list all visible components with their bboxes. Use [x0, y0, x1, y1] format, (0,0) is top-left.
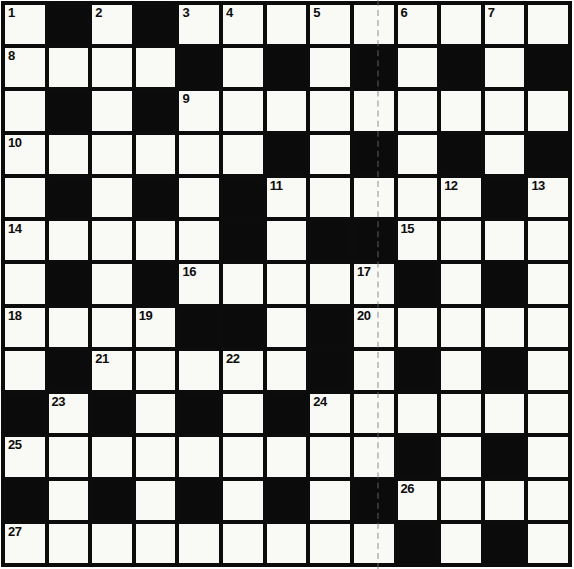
black-cell [5, 481, 45, 520]
black-cell [92, 394, 132, 433]
white-cell[interactable] [223, 91, 263, 130]
clue-number: 26 [401, 481, 414, 496]
white-cell[interactable] [485, 48, 525, 87]
clue-number: 23 [52, 394, 65, 409]
black-cell [485, 351, 525, 390]
white-cell[interactable]: 5 [310, 5, 350, 44]
clue-number: 2 [95, 5, 102, 20]
clue-number: 20 [357, 308, 370, 323]
white-cell[interactable] [136, 481, 176, 520]
clue-number: 3 [182, 5, 189, 20]
white-cell[interactable] [136, 394, 176, 433]
clue-number: 22 [226, 351, 239, 366]
white-cell[interactable] [528, 351, 568, 390]
black-cell [310, 221, 350, 260]
white-cell[interactable] [528, 264, 568, 303]
white-cell[interactable] [354, 5, 394, 44]
white-cell[interactable] [49, 481, 89, 520]
white-cell[interactable]: 9 [179, 91, 219, 130]
white-cell[interactable] [354, 437, 394, 476]
black-cell [179, 48, 219, 87]
white-cell[interactable] [441, 264, 481, 303]
white-cell[interactable] [310, 481, 350, 520]
white-cell[interactable] [92, 221, 132, 260]
white-cell[interactable] [528, 91, 568, 130]
black-cell [267, 394, 307, 433]
black-cell [223, 308, 263, 347]
clue-number: 15 [401, 221, 414, 236]
clue-number: 5 [313, 5, 320, 20]
white-cell[interactable] [5, 178, 45, 217]
black-cell [398, 524, 438, 563]
white-cell[interactable] [136, 524, 176, 563]
white-cell[interactable] [179, 524, 219, 563]
white-cell[interactable] [441, 394, 481, 433]
clue-number: 7 [488, 5, 495, 20]
black-cell [528, 135, 568, 174]
white-cell[interactable]: 25 [5, 437, 45, 476]
white-cell[interactable] [92, 135, 132, 174]
white-cell[interactable] [92, 437, 132, 476]
white-cell[interactable] [223, 437, 263, 476]
white-cell[interactable] [398, 48, 438, 87]
white-cell[interactable] [136, 351, 176, 390]
white-cell[interactable] [485, 394, 525, 433]
white-cell[interactable] [528, 481, 568, 520]
white-cell[interactable] [310, 264, 350, 303]
black-cell [354, 135, 394, 174]
white-cell[interactable] [398, 135, 438, 174]
white-cell[interactable] [223, 524, 263, 563]
white-cell[interactable] [310, 437, 350, 476]
black-cell [179, 308, 219, 347]
white-cell[interactable] [267, 437, 307, 476]
white-cell[interactable] [179, 351, 219, 390]
white-cell[interactable] [49, 308, 89, 347]
white-cell[interactable] [267, 221, 307, 260]
white-cell[interactable] [485, 481, 525, 520]
black-cell [49, 178, 89, 217]
white-cell[interactable] [485, 221, 525, 260]
white-cell[interactable] [441, 308, 481, 347]
white-cell[interactable] [49, 524, 89, 563]
clue-number: 14 [8, 221, 21, 236]
white-cell[interactable]: 1 [5, 5, 45, 44]
white-cell[interactable]: 7 [485, 5, 525, 44]
clue-number: 12 [444, 178, 457, 193]
white-cell[interactable] [441, 437, 481, 476]
white-cell[interactable]: 6 [398, 5, 438, 44]
white-cell[interactable] [49, 221, 89, 260]
crossword-grid: 1234567891011121314151617181920212223242… [1, 1, 572, 567]
white-cell[interactable] [267, 264, 307, 303]
clue-number: 9 [182, 91, 189, 106]
white-cell[interactable] [310, 135, 350, 174]
white-cell[interactable] [528, 437, 568, 476]
white-cell[interactable] [92, 91, 132, 130]
clue-number: 8 [8, 48, 15, 63]
black-cell [267, 135, 307, 174]
white-cell[interactable]: 11 [267, 178, 307, 217]
black-cell [267, 481, 307, 520]
white-cell[interactable]: 18 [5, 308, 45, 347]
black-cell [441, 48, 481, 87]
white-cell[interactable]: 14 [5, 221, 45, 260]
white-cell[interactable] [310, 91, 350, 130]
white-cell[interactable]: 13 [528, 178, 568, 217]
clue-number: 24 [313, 394, 326, 409]
white-cell[interactable] [136, 221, 176, 260]
black-cell [223, 221, 263, 260]
black-cell [485, 264, 525, 303]
white-cell[interactable] [92, 178, 132, 217]
white-cell[interactable] [267, 308, 307, 347]
clue-number: 21 [95, 351, 108, 366]
white-cell[interactable] [92, 308, 132, 347]
white-cell[interactable] [398, 394, 438, 433]
white-cell[interactable] [485, 91, 525, 130]
clue-number: 4 [226, 5, 233, 20]
white-cell[interactable] [354, 524, 394, 563]
white-cell[interactable]: 26 [398, 481, 438, 520]
white-cell[interactable]: 4 [223, 5, 263, 44]
white-cell[interactable] [179, 437, 219, 476]
black-cell [485, 524, 525, 563]
white-cell[interactable] [5, 351, 45, 390]
white-cell[interactable] [441, 481, 481, 520]
black-cell [136, 264, 176, 303]
black-cell [136, 91, 176, 130]
white-cell[interactable] [267, 91, 307, 130]
black-cell [354, 48, 394, 87]
crossword-page: 1234567891011121314151617181920212223242… [0, 0, 574, 569]
white-cell[interactable] [179, 221, 219, 260]
white-cell[interactable] [528, 524, 568, 563]
white-cell[interactable] [267, 5, 307, 44]
white-cell[interactable]: 16 [179, 264, 219, 303]
white-cell[interactable] [528, 221, 568, 260]
white-cell[interactable] [441, 524, 481, 563]
black-cell [179, 394, 219, 433]
white-cell[interactable]: 19 [136, 308, 176, 347]
black-cell [354, 221, 394, 260]
white-cell[interactable]: 21 [92, 351, 132, 390]
clue-number: 16 [182, 264, 195, 279]
white-cell[interactable] [354, 178, 394, 217]
black-cell [485, 437, 525, 476]
white-cell[interactable]: 17 [354, 264, 394, 303]
white-cell[interactable] [354, 394, 394, 433]
black-cell [223, 178, 263, 217]
white-cell[interactable] [49, 48, 89, 87]
white-cell[interactable]: 24 [310, 394, 350, 433]
white-cell[interactable] [528, 394, 568, 433]
white-cell[interactable] [136, 48, 176, 87]
black-cell [398, 264, 438, 303]
black-cell [49, 264, 89, 303]
black-cell [310, 308, 350, 347]
white-cell[interactable] [267, 351, 307, 390]
white-cell[interactable]: 20 [354, 308, 394, 347]
black-cell [49, 91, 89, 130]
white-cell[interactable] [92, 524, 132, 563]
white-cell[interactable]: 12 [441, 178, 481, 217]
black-cell [5, 394, 45, 433]
white-cell[interactable] [136, 437, 176, 476]
white-cell[interactable] [92, 48, 132, 87]
white-cell[interactable] [441, 5, 481, 44]
black-cell [354, 481, 394, 520]
clue-number: 6 [401, 5, 408, 20]
white-cell[interactable] [49, 437, 89, 476]
white-cell[interactable] [398, 308, 438, 347]
white-cell[interactable] [485, 135, 525, 174]
clue-number: 17 [357, 264, 370, 279]
clue-number: 18 [8, 308, 21, 323]
white-cell[interactable] [223, 48, 263, 87]
white-cell[interactable] [5, 264, 45, 303]
white-cell[interactable] [354, 91, 394, 130]
white-cell[interactable]: 22 [223, 351, 263, 390]
white-cell[interactable] [441, 221, 481, 260]
black-cell [267, 48, 307, 87]
white-cell[interactable] [441, 91, 481, 130]
black-cell [49, 351, 89, 390]
black-cell [528, 48, 568, 87]
black-cell [310, 351, 350, 390]
white-cell[interactable] [136, 135, 176, 174]
clue-number: 1 [8, 5, 15, 20]
white-cell[interactable] [223, 481, 263, 520]
white-cell[interactable] [179, 178, 219, 217]
white-cell[interactable]: 3 [179, 5, 219, 44]
black-cell [398, 351, 438, 390]
white-cell[interactable]: 8 [5, 48, 45, 87]
black-cell [441, 135, 481, 174]
white-cell[interactable] [310, 48, 350, 87]
white-cell[interactable]: 10 [5, 135, 45, 174]
white-cell[interactable]: 27 [5, 524, 45, 563]
white-cell[interactable]: 2 [92, 5, 132, 44]
black-cell [485, 178, 525, 217]
white-cell[interactable] [49, 135, 89, 174]
white-cell[interactable] [5, 91, 45, 130]
white-cell[interactable] [528, 308, 568, 347]
white-cell[interactable] [179, 135, 219, 174]
white-cell[interactable] [398, 178, 438, 217]
white-cell[interactable] [310, 524, 350, 563]
white-cell[interactable] [354, 351, 394, 390]
black-cell [398, 437, 438, 476]
black-cell [179, 481, 219, 520]
clue-number: 13 [531, 178, 544, 193]
white-cell[interactable]: 23 [49, 394, 89, 433]
white-cell[interactable] [398, 91, 438, 130]
white-cell[interactable]: 15 [398, 221, 438, 260]
white-cell[interactable] [528, 5, 568, 44]
white-cell[interactable] [485, 308, 525, 347]
black-cell [49, 5, 89, 44]
black-cell [92, 481, 132, 520]
black-cell [136, 178, 176, 217]
clue-number: 25 [8, 437, 21, 452]
black-cell [136, 5, 176, 44]
clue-number: 10 [8, 135, 21, 150]
clue-number: 19 [139, 308, 152, 323]
white-cell[interactable] [223, 135, 263, 174]
white-cell[interactable] [223, 264, 263, 303]
white-cell[interactable] [267, 524, 307, 563]
white-cell[interactable] [441, 351, 481, 390]
clue-number: 27 [8, 524, 21, 539]
clue-number: 11 [270, 178, 283, 193]
white-cell[interactable] [223, 394, 263, 433]
white-cell[interactable] [92, 264, 132, 303]
white-cell[interactable] [310, 178, 350, 217]
